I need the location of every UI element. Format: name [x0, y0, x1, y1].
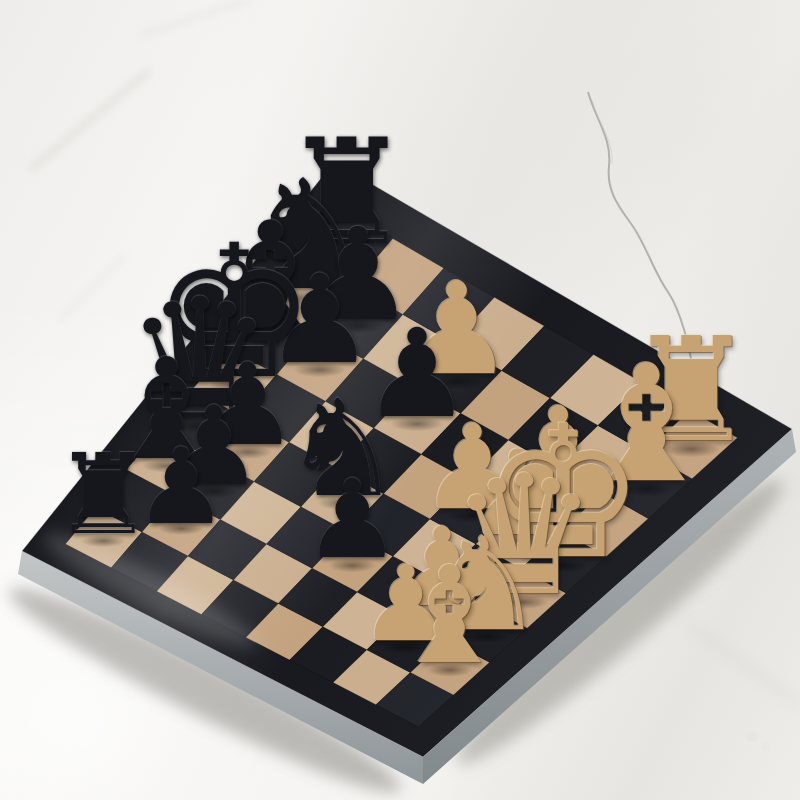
piece-black-rook-a8[interactable]: ♜	[54, 441, 153, 552]
scene: ♜♞♟♝♟♟♚♟♛♜♟♝♝♟♟♞♟♟♟♜♟♚♛♟♞♟♝	[0, 0, 800, 800]
piece-fossil-bishop-b1[interactable]: ♝	[390, 549, 510, 683]
